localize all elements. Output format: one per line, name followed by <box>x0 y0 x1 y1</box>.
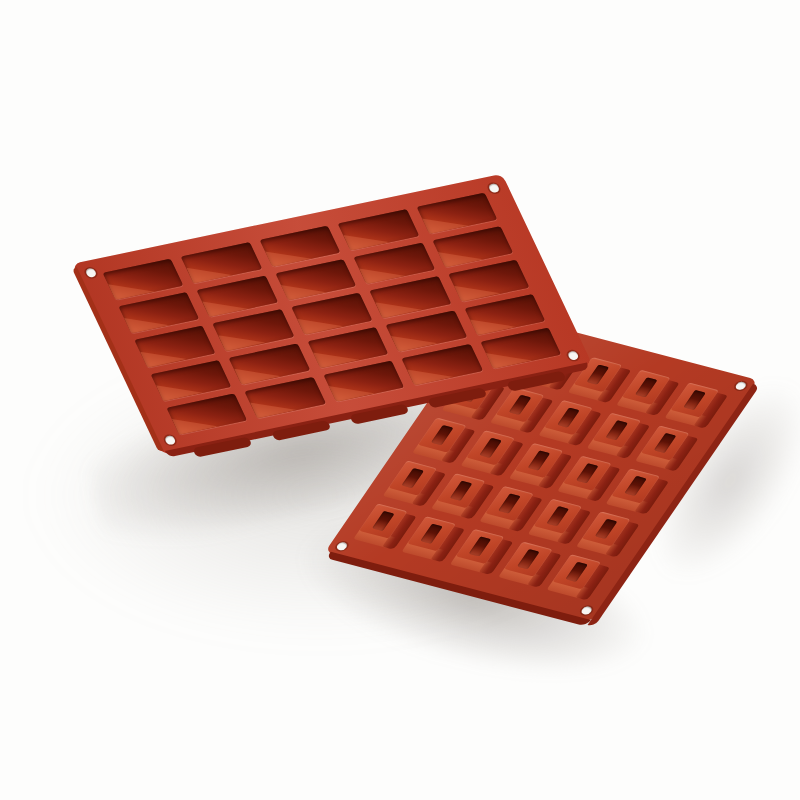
cavity <box>464 294 545 336</box>
cavity <box>229 343 310 385</box>
corner-hole <box>335 541 349 551</box>
corner-hole <box>580 606 594 616</box>
cavity <box>480 327 561 369</box>
cavity <box>119 292 200 334</box>
corner-hole <box>734 381 748 391</box>
corner-hole <box>488 183 501 193</box>
cavity <box>370 276 451 318</box>
cavity <box>323 360 404 402</box>
cavity <box>432 226 513 268</box>
cavity <box>181 242 262 284</box>
cavity <box>134 326 215 368</box>
cavity <box>386 310 467 352</box>
cavity <box>150 360 231 402</box>
cavity <box>259 226 340 268</box>
corner-hole <box>164 435 177 445</box>
cavity <box>103 259 184 301</box>
cavity <box>213 309 294 351</box>
cavity <box>275 259 356 301</box>
cavity <box>448 260 529 302</box>
cavity <box>307 327 388 369</box>
corner-hole <box>85 268 98 278</box>
cavity <box>291 293 372 335</box>
cavity <box>401 344 482 386</box>
cavity <box>166 393 247 435</box>
cavity <box>338 209 419 251</box>
corner-hole <box>567 350 580 360</box>
product-photo <box>0 0 800 800</box>
cavity <box>416 193 497 235</box>
cavity <box>354 243 435 285</box>
cavity <box>245 377 326 419</box>
cavity <box>197 276 278 318</box>
